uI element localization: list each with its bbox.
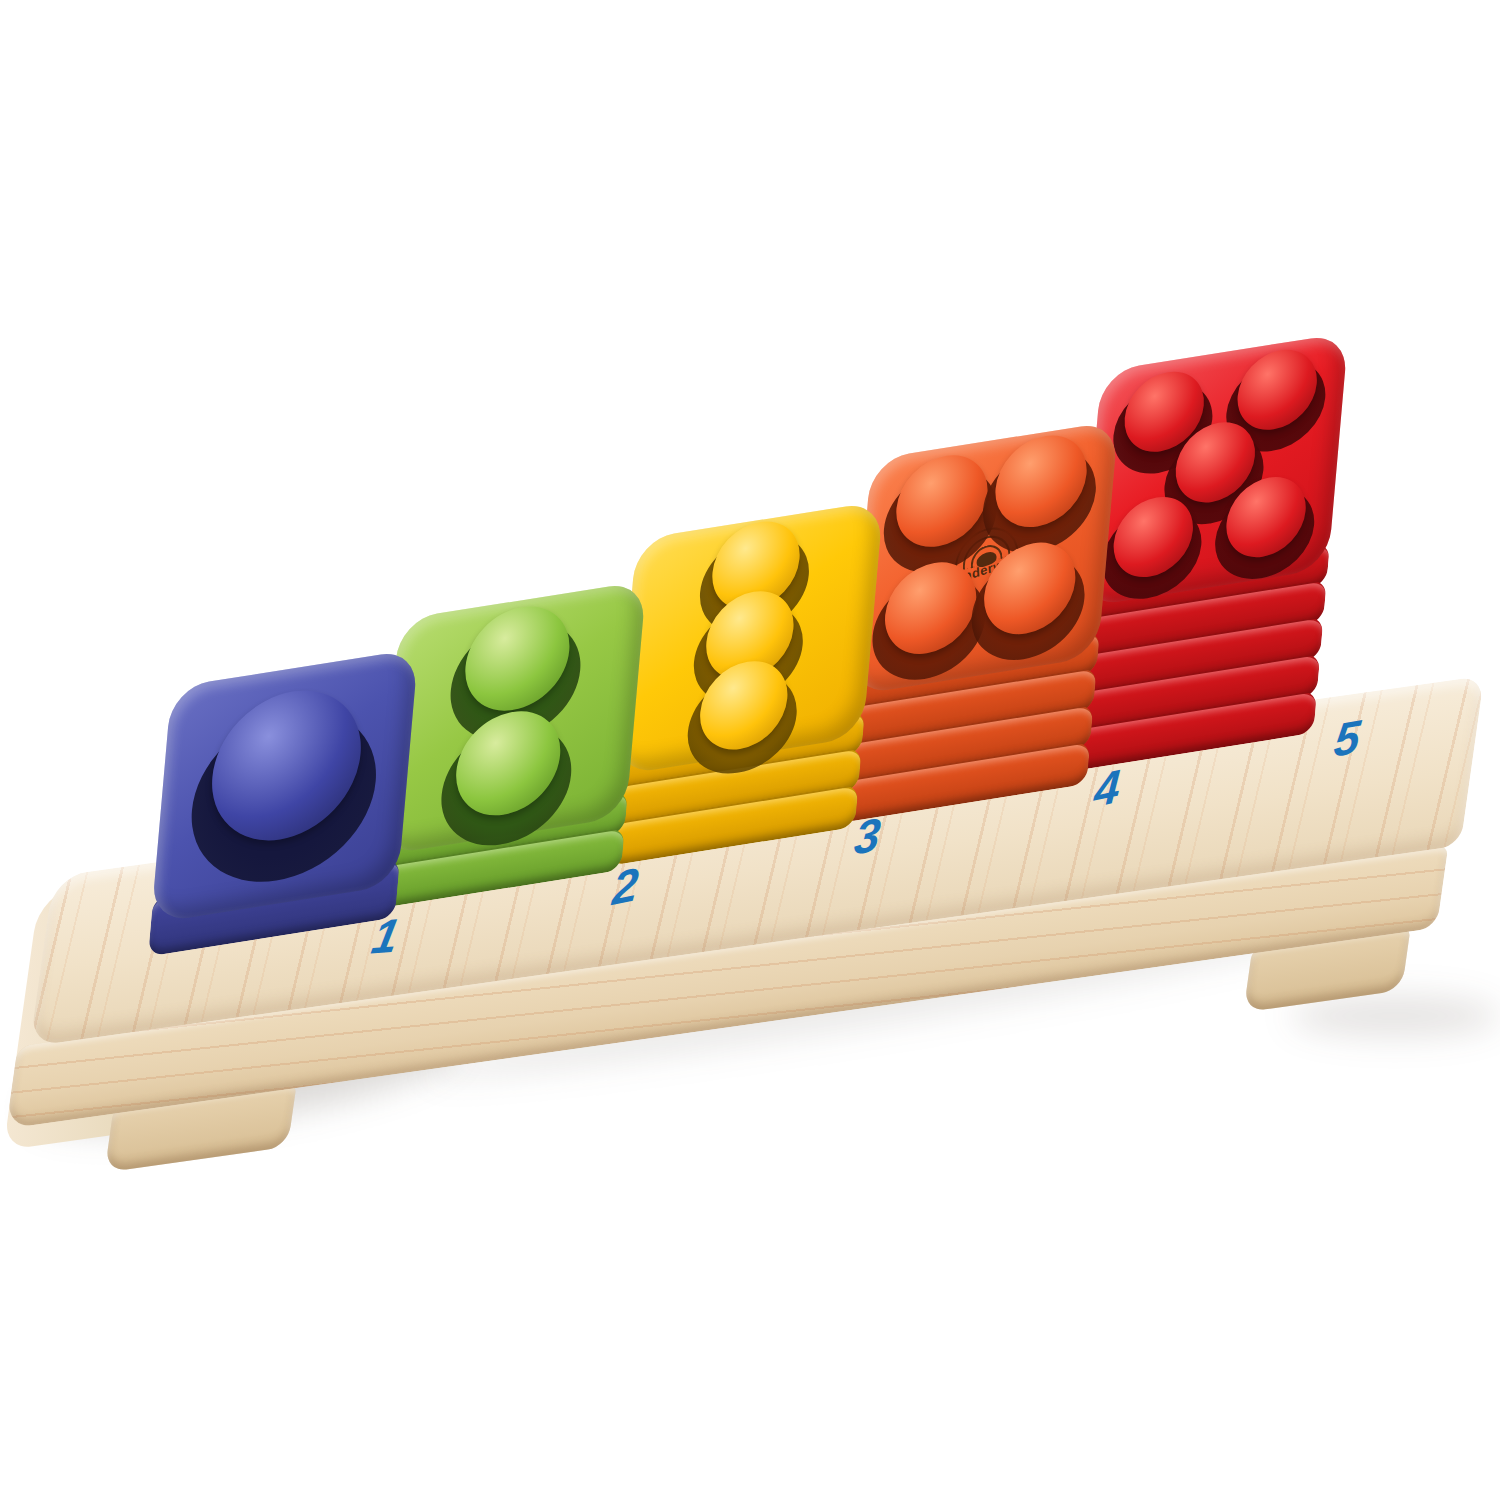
blue-block-top-face[interactable] <box>151 648 419 923</box>
orange-block-top-face[interactable]: wonderworld <box>851 420 1119 695</box>
stack-1-blue[interactable] <box>148 648 418 956</box>
orange-peg-3[interactable] <box>880 564 979 673</box>
scene: 1 2 3 4 5 <box>0 0 1500 1500</box>
base-number-5: 5 <box>1332 712 1363 764</box>
orange-peg-4[interactable] <box>979 544 1078 653</box>
stack-3-yellow[interactable] <box>608 500 883 866</box>
stack-2-green[interactable] <box>374 580 646 909</box>
orange-peg-2[interactable] <box>991 437 1090 546</box>
orange-peg-1[interactable] <box>891 457 990 566</box>
red-block-top-face[interactable] <box>1081 332 1349 607</box>
base-number-4: 4 <box>1093 762 1122 814</box>
yellow-peg-3[interactable] <box>696 663 791 767</box>
yellow-block-top-face[interactable] <box>616 500 884 775</box>
green-peg-2[interactable] <box>451 713 564 837</box>
stack-5-red[interactable] <box>1067 332 1349 772</box>
red-peg-4[interactable] <box>1109 498 1195 593</box>
stack-4-orange[interactable]: wonderworld <box>840 420 1119 823</box>
red-peg-5[interactable] <box>1222 479 1308 574</box>
green-block-top-face[interactable] <box>379 580 647 855</box>
blue-peg-1[interactable] <box>204 693 366 870</box>
